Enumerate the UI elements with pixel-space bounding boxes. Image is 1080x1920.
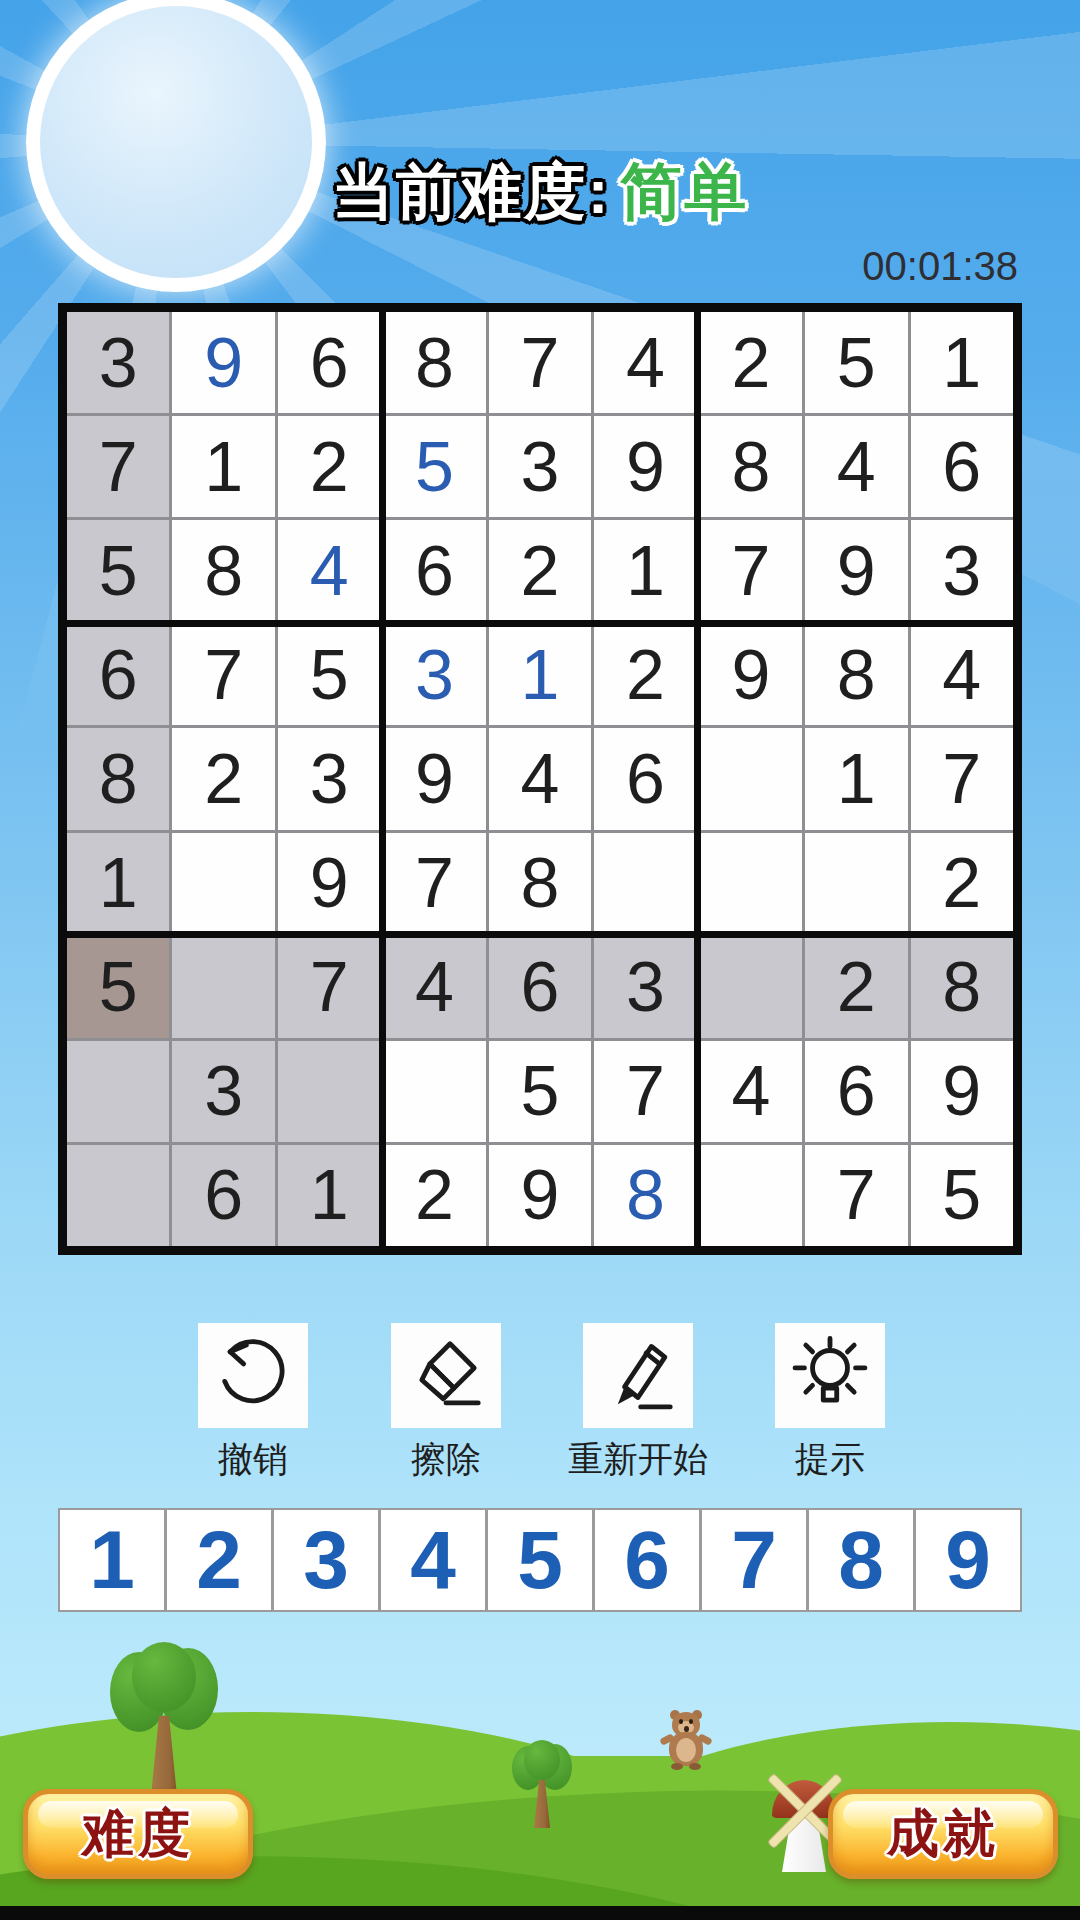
sudoku-cell-r2c8[interactable]: 4	[805, 416, 907, 517]
tool-label: 重新开始	[543, 1436, 733, 1483]
bottom-bar	[0, 1906, 1080, 1920]
sudoku-cell-r7c6[interactable]: 3	[594, 937, 696, 1038]
sudoku-cell-r5c2[interactable]: 2	[172, 728, 274, 829]
sudoku-cell-r3c7[interactable]: 7	[700, 520, 802, 621]
sudoku-cell-r4c8[interactable]: 8	[805, 624, 907, 725]
sudoku-cell-r9c4[interactable]: 2	[383, 1145, 485, 1246]
sudoku-cell-r5c5[interactable]: 4	[489, 728, 591, 829]
sudoku-cell-r4c7[interactable]: 9	[700, 624, 802, 725]
sudoku-cell-r3c5[interactable]: 2	[489, 520, 591, 621]
sudoku-cell-r9c6[interactable]: 8	[594, 1145, 696, 1246]
sudoku-cell-r8c7[interactable]: 4	[700, 1041, 802, 1142]
numpad-button-7[interactable]: 7	[702, 1510, 806, 1610]
sudoku-cell-r8c4[interactable]	[383, 1041, 485, 1142]
sudoku-cell-r1c8[interactable]: 5	[805, 312, 907, 413]
sudoku-cell-r2c6[interactable]: 9	[594, 416, 696, 517]
sudoku-cell-r3c2[interactable]: 8	[172, 520, 274, 621]
sudoku-cell-r8c8[interactable]: 6	[805, 1041, 907, 1142]
number-pad: 123456789	[58, 1508, 1022, 1612]
pencil-icon[interactable]	[583, 1323, 693, 1428]
achievement-button[interactable]: 成就	[828, 1789, 1058, 1879]
sudoku-cell-r2c7[interactable]: 8	[700, 416, 802, 517]
sudoku-cell-r1c2[interactable]: 9	[172, 312, 274, 413]
sudoku-cell-r8c5[interactable]: 5	[489, 1041, 591, 1142]
sudoku-cell-r6c8[interactable]	[805, 833, 907, 934]
sudoku-cell-r1c5[interactable]: 7	[489, 312, 591, 413]
sudoku-cell-r4c5[interactable]: 1	[489, 624, 591, 725]
undo-icon[interactable]	[198, 1323, 308, 1428]
tool-eraser[interactable]: 擦除	[351, 1323, 541, 1483]
numpad-button-2[interactable]: 2	[167, 1510, 271, 1610]
groundhog	[666, 1712, 706, 1770]
sudoku-cell-r3c6[interactable]: 1	[594, 520, 696, 621]
sudoku-cell-r3c9[interactable]: 3	[911, 520, 1013, 621]
sudoku-cell-r9c9[interactable]: 5	[911, 1145, 1013, 1246]
sudoku-cell-r4c1[interactable]: 6	[67, 624, 169, 725]
sudoku-cell-r8c3[interactable]	[278, 1041, 380, 1142]
tool-label: 撤销	[158, 1436, 348, 1483]
sudoku-cell-r7c7[interactable]	[700, 937, 802, 1038]
sudoku-cell-r1c1[interactable]: 3	[67, 312, 169, 413]
sudoku-cell-r5c1[interactable]: 8	[67, 728, 169, 829]
tool-label: 提示	[735, 1436, 925, 1483]
sudoku-cell-r6c6[interactable]	[594, 833, 696, 934]
game-timer: 00:01:38	[862, 244, 1018, 289]
sudoku-cell-r8c2[interactable]: 3	[172, 1041, 274, 1142]
sudoku-cell-r5c7[interactable]	[700, 728, 802, 829]
sudoku-cell-r9c7[interactable]	[700, 1145, 802, 1246]
sudoku-cell-r6c3[interactable]: 9	[278, 833, 380, 934]
sudoku-cell-r2c2[interactable]: 1	[172, 416, 274, 517]
tool-undo[interactable]: 撤销	[158, 1323, 348, 1483]
numpad-button-9[interactable]: 9	[916, 1510, 1020, 1610]
difficulty-banner: 当前难度:简单	[0, 150, 1080, 234]
sudoku-cell-r5c8[interactable]: 1	[805, 728, 907, 829]
sudoku-cell-r5c9[interactable]: 7	[911, 728, 1013, 829]
box-divider-horizontal-1	[67, 620, 1013, 627]
sudoku-grid: 3968742517125398465846217936753129848239…	[67, 312, 1013, 1246]
sudoku-cell-r7c4[interactable]: 4	[383, 937, 485, 1038]
sudoku-cell-r2c4[interactable]: 5	[383, 416, 485, 517]
sudoku-cell-r6c5[interactable]: 8	[489, 833, 591, 934]
difficulty-button-label: 难度	[82, 1799, 194, 1869]
sudoku-cell-r7c1[interactable]: 5	[67, 937, 169, 1038]
box-divider-vertical-2	[694, 312, 701, 1246]
sudoku-cell-r5c3[interactable]: 3	[278, 728, 380, 829]
sudoku-cell-r6c9[interactable]: 2	[911, 833, 1013, 934]
sudoku-cell-r7c9[interactable]: 8	[911, 937, 1013, 1038]
sudoku-cell-r5c6[interactable]: 6	[594, 728, 696, 829]
sudoku-cell-r7c5[interactable]: 6	[489, 937, 591, 1038]
sudoku-cell-r8c1[interactable]	[67, 1041, 169, 1142]
sudoku-cell-r6c4[interactable]: 7	[383, 833, 485, 934]
sudoku-cell-r9c2[interactable]: 6	[172, 1145, 274, 1246]
numpad-button-3[interactable]: 3	[274, 1510, 378, 1610]
sudoku-cell-r7c2[interactable]	[172, 937, 274, 1038]
sudoku-cell-r9c1[interactable]	[67, 1145, 169, 1246]
box-divider-horizontal-2	[67, 931, 1013, 938]
eraser-icon[interactable]	[391, 1323, 501, 1428]
tool-bulb[interactable]: 提示	[735, 1323, 925, 1483]
numpad-button-6[interactable]: 6	[595, 1510, 699, 1610]
sudoku-cell-r6c7[interactable]	[700, 833, 802, 934]
sudoku-cell-r9c8[interactable]: 7	[805, 1145, 907, 1246]
sudoku-cell-r7c3[interactable]: 7	[278, 937, 380, 1038]
sudoku-cell-r1c3[interactable]: 6	[278, 312, 380, 413]
sudoku-cell-r4c3[interactable]: 5	[278, 624, 380, 725]
tree-large	[110, 1642, 218, 1802]
sudoku-cell-r6c1[interactable]: 1	[67, 833, 169, 934]
sudoku-cell-r4c6[interactable]: 2	[594, 624, 696, 725]
sudoku-cell-r3c4[interactable]: 6	[383, 520, 485, 621]
sudoku-cell-r1c9[interactable]: 1	[911, 312, 1013, 413]
sudoku-cell-r3c8[interactable]: 9	[805, 520, 907, 621]
achievement-button-label: 成就	[887, 1799, 999, 1869]
sudoku-cell-r7c8[interactable]: 2	[805, 937, 907, 1038]
sudoku-cell-r2c1[interactable]: 7	[67, 416, 169, 517]
sudoku-cell-r5c4[interactable]: 9	[383, 728, 485, 829]
sudoku-cell-r2c5[interactable]: 3	[489, 416, 591, 517]
sudoku-cell-r9c3[interactable]: 1	[278, 1145, 380, 1246]
sudoku-cell-r1c4[interactable]: 8	[383, 312, 485, 413]
sudoku-cell-r2c3[interactable]: 2	[278, 416, 380, 517]
difficulty-button[interactable]: 难度	[23, 1789, 253, 1879]
sudoku-cell-r2c9[interactable]: 6	[911, 416, 1013, 517]
sun	[26, 0, 326, 292]
tree-small	[512, 1740, 572, 1828]
sudoku-cell-r1c7[interactable]: 2	[700, 312, 802, 413]
numpad-button-4[interactable]: 4	[381, 1510, 485, 1610]
sudoku-cell-r6c2[interactable]	[172, 833, 274, 934]
numpad-button-5[interactable]: 5	[488, 1510, 592, 1610]
sudoku-cell-r4c9[interactable]: 4	[911, 624, 1013, 725]
sudoku-cell-r9c5[interactable]: 9	[489, 1145, 591, 1246]
sudoku-cell-r8c9[interactable]: 9	[911, 1041, 1013, 1142]
sudoku-board: 3968742517125398465846217936753129848239…	[58, 303, 1022, 1255]
sudoku-cell-r3c1[interactable]: 5	[67, 520, 169, 621]
sudoku-cell-r8c6[interactable]: 7	[594, 1041, 696, 1142]
sudoku-cell-r4c2[interactable]: 7	[172, 624, 274, 725]
numpad-button-1[interactable]: 1	[60, 1510, 164, 1610]
sudoku-cell-r4c4[interactable]: 3	[383, 624, 485, 725]
difficulty-banner-prefix: 当前难度:	[332, 157, 611, 226]
box-divider-vertical-1	[379, 312, 386, 1246]
tool-label: 擦除	[351, 1436, 541, 1483]
bulb-icon[interactable]	[775, 1323, 885, 1428]
sudoku-cell-r3c3[interactable]: 4	[278, 520, 380, 621]
difficulty-value: 简单	[620, 157, 748, 226]
sudoku-cell-r1c6[interactable]: 4	[594, 312, 696, 413]
tool-pencil[interactable]: 重新开始	[543, 1323, 733, 1483]
toolbar: 撤销擦除重新开始提示	[0, 1323, 1080, 1473]
numpad-button-8[interactable]: 8	[809, 1510, 913, 1610]
